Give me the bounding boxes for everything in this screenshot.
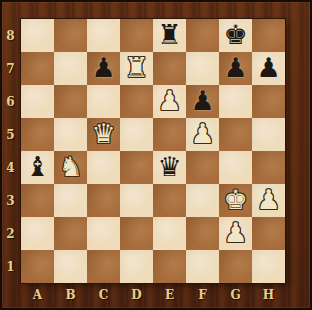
square-f6[interactable]: ♟	[186, 85, 219, 118]
square-g6[interactable]	[219, 85, 252, 118]
black-bishop-a4[interactable]: ♝	[25, 151, 49, 183]
white-queen-c5[interactable]: ♛	[91, 118, 115, 150]
square-h7[interactable]: ♟	[252, 52, 285, 85]
square-g7[interactable]: ♟	[219, 52, 252, 85]
file-label-c: C	[87, 283, 120, 307]
rank-label-1: 1	[0, 250, 21, 283]
square-b6[interactable]	[54, 85, 87, 118]
square-d8[interactable]	[120, 19, 153, 52]
square-b3[interactable]	[54, 184, 87, 217]
square-b5[interactable]	[54, 118, 87, 151]
square-a4[interactable]: ♝	[21, 151, 54, 184]
square-h6[interactable]	[252, 85, 285, 118]
square-d4[interactable]	[120, 151, 153, 184]
rank-label-3: 3	[0, 184, 21, 217]
square-g1[interactable]	[219, 250, 252, 283]
file-label-b: B	[54, 283, 87, 307]
square-b8[interactable]	[54, 19, 87, 52]
square-h1[interactable]	[252, 250, 285, 283]
square-f7[interactable]	[186, 52, 219, 85]
file-label-a: A	[21, 283, 54, 307]
rank-label-2: 2	[0, 217, 21, 250]
square-c6[interactable]	[87, 85, 120, 118]
square-e4[interactable]: ♛	[153, 151, 186, 184]
white-king-g3[interactable]: ♚	[223, 184, 247, 216]
square-h5[interactable]	[252, 118, 285, 151]
square-h4[interactable]	[252, 151, 285, 184]
rank-label-5: 5	[0, 118, 21, 151]
square-e7[interactable]	[153, 52, 186, 85]
black-queen-e4[interactable]: ♛	[157, 151, 181, 183]
square-g4[interactable]	[219, 151, 252, 184]
rank-labels: 87654321	[0, 19, 21, 283]
square-h2[interactable]	[252, 217, 285, 250]
white-pawn-f5[interactable]: ♟	[190, 118, 214, 150]
white-rook-d7[interactable]: ♜	[124, 52, 148, 84]
square-f1[interactable]	[186, 250, 219, 283]
square-g3[interactable]: ♚	[219, 184, 252, 217]
square-d2[interactable]	[120, 217, 153, 250]
square-e2[interactable]	[153, 217, 186, 250]
rank-label-6: 6	[0, 85, 21, 118]
black-pawn-g7[interactable]: ♟	[223, 52, 247, 84]
square-e3[interactable]	[153, 184, 186, 217]
square-b2[interactable]	[54, 217, 87, 250]
file-label-h: H	[252, 283, 285, 307]
square-g8[interactable]: ♚	[219, 19, 252, 52]
square-d3[interactable]	[120, 184, 153, 217]
square-d5[interactable]	[120, 118, 153, 151]
square-b1[interactable]	[54, 250, 87, 283]
square-f5[interactable]: ♟	[186, 118, 219, 151]
square-c7[interactable]: ♟	[87, 52, 120, 85]
square-g2[interactable]: ♟	[219, 217, 252, 250]
square-a1[interactable]	[21, 250, 54, 283]
square-e6[interactable]: ♟	[153, 85, 186, 118]
square-f2[interactable]	[186, 217, 219, 250]
white-pawn-g2[interactable]: ♟	[223, 217, 247, 249]
square-c5[interactable]: ♛	[87, 118, 120, 151]
square-d1[interactable]	[120, 250, 153, 283]
square-a2[interactable]	[21, 217, 54, 250]
black-pawn-c7[interactable]: ♟	[91, 52, 115, 84]
black-pawn-h7[interactable]: ♟	[256, 52, 280, 84]
square-c4[interactable]	[87, 151, 120, 184]
square-f3[interactable]	[186, 184, 219, 217]
square-e8[interactable]: ♜	[153, 19, 186, 52]
square-f8[interactable]	[186, 19, 219, 52]
chess-board: ♜♚♟♜♟♟♟♟♛♟♝♞♛♚♟♟	[21, 19, 285, 283]
rank-label-7: 7	[0, 52, 21, 85]
square-a8[interactable]	[21, 19, 54, 52]
black-rook-e8[interactable]: ♜	[157, 19, 181, 51]
square-h8[interactable]	[252, 19, 285, 52]
square-a3[interactable]	[21, 184, 54, 217]
white-pawn-e6[interactable]: ♟	[157, 85, 181, 117]
file-label-g: G	[219, 283, 252, 307]
square-a5[interactable]	[21, 118, 54, 151]
square-c1[interactable]	[87, 250, 120, 283]
rank-label-8: 8	[0, 19, 21, 52]
rank-label-4: 4	[0, 151, 21, 184]
file-label-e: E	[153, 283, 186, 307]
square-c8[interactable]	[87, 19, 120, 52]
square-h3[interactable]: ♟	[252, 184, 285, 217]
black-king-g8[interactable]: ♚	[223, 19, 247, 51]
black-pawn-f6[interactable]: ♟	[190, 85, 214, 117]
white-pawn-h3[interactable]: ♟	[256, 184, 280, 216]
file-labels: ABCDEFGH	[21, 283, 285, 307]
square-d6[interactable]	[120, 85, 153, 118]
square-a7[interactable]	[21, 52, 54, 85]
square-d7[interactable]: ♜	[120, 52, 153, 85]
square-b4[interactable]: ♞	[54, 151, 87, 184]
square-e1[interactable]	[153, 250, 186, 283]
square-c3[interactable]	[87, 184, 120, 217]
board-frame: 87654321 ♜♚♟♜♟♟♟♟♛♟♝♞♛♚♟♟ ABCDEFGH	[0, 0, 312, 310]
file-label-d: D	[120, 283, 153, 307]
square-c2[interactable]	[87, 217, 120, 250]
white-knight-b4[interactable]: ♞	[58, 151, 82, 183]
square-g5[interactable]	[219, 118, 252, 151]
square-a6[interactable]	[21, 85, 54, 118]
square-f4[interactable]	[186, 151, 219, 184]
file-label-f: F	[186, 283, 219, 307]
square-b7[interactable]	[54, 52, 87, 85]
square-e5[interactable]	[153, 118, 186, 151]
